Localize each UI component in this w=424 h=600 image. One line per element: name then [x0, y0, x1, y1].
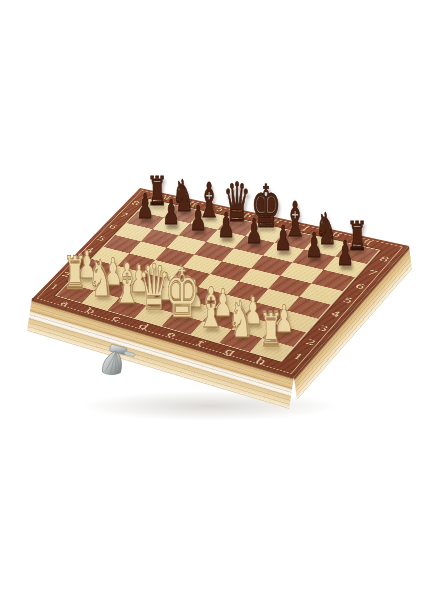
drop-shadow	[40, 386, 380, 426]
metal-clasp-icon	[96, 344, 138, 384]
chess-set-product-photo: abcdefgh abcdefgh 87654321 87654321 ♜♞♝♛…	[0, 0, 424, 600]
